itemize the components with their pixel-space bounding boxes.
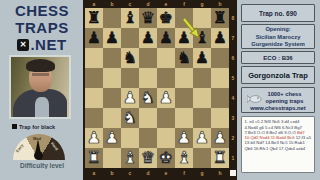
square-g2: ♟ bbox=[193, 128, 211, 148]
square-b7: ♟ bbox=[103, 28, 121, 48]
square-h7: ♟ bbox=[211, 28, 229, 48]
square-f3 bbox=[175, 108, 193, 128]
coord-label-a: a bbox=[85, 0, 103, 8]
square-f6: ♞ bbox=[175, 48, 193, 68]
moves-opening: 1. e4 c5 2.Nf3 Nc6 3.d4 cxd4 4.Nxd4 g6 5… bbox=[245, 119, 302, 135]
square-g5 bbox=[193, 68, 211, 88]
square-b8 bbox=[103, 8, 121, 28]
square-g3 bbox=[193, 108, 211, 128]
eco-text: ECO : B36 bbox=[242, 52, 314, 63]
square-b4 bbox=[103, 88, 121, 108]
white-rook: ♜ bbox=[87, 148, 101, 168]
trap-side-indicator: Trap for black bbox=[12, 121, 78, 132]
square-h5 bbox=[211, 68, 229, 88]
coord-label-3: 3 bbox=[229, 108, 237, 128]
coord-label-h: h bbox=[211, 168, 229, 180]
black-knight: ♞ bbox=[177, 48, 191, 68]
black-queen: ♛ bbox=[141, 8, 155, 28]
square-e3 bbox=[157, 108, 175, 128]
square-a3 bbox=[85, 108, 103, 128]
coord-label-4: 4 bbox=[229, 88, 237, 108]
square-c2 bbox=[121, 128, 139, 148]
white-rook: ♜ bbox=[213, 148, 227, 168]
black-king: ♚ bbox=[159, 8, 173, 28]
coord-label-8: 8 bbox=[229, 8, 237, 28]
coord-label-2: 2 bbox=[229, 128, 237, 148]
trap-side-label: Trap for black bbox=[19, 124, 55, 130]
square-c4: ♟ bbox=[121, 88, 139, 108]
square-e4: ♟ bbox=[157, 88, 175, 108]
coord-label-d: d bbox=[139, 0, 157, 8]
square-f5 bbox=[175, 68, 193, 88]
file-labels-bottom: abcdefgh bbox=[85, 168, 229, 180]
trap-number-box: Trap no. 690 bbox=[241, 4, 315, 22]
white-pawn: ♟ bbox=[213, 128, 227, 148]
white-pawn: ♟ bbox=[195, 128, 209, 148]
opening-line-2: Gurgenidze System bbox=[242, 40, 314, 48]
black-bishop: ♝ bbox=[123, 8, 137, 28]
black-knight: ♞ bbox=[123, 48, 137, 68]
white-knight: ♞ bbox=[123, 108, 137, 128]
coord-label-b: b bbox=[103, 168, 121, 180]
promo-box: 1000+ chess opening traps www.chesstraps… bbox=[241, 87, 315, 113]
square-e6 bbox=[157, 48, 175, 68]
square-d4: ♞ bbox=[139, 88, 157, 108]
square-g1 bbox=[193, 148, 211, 168]
white-bishop: ♝ bbox=[177, 148, 191, 168]
trap-name-text: Gorgonzola Trap bbox=[242, 67, 314, 83]
square-e8: ♚ bbox=[157, 8, 175, 28]
promo-line-1: 1000+ chess bbox=[242, 90, 314, 97]
eco-box: ECO : B36 bbox=[241, 51, 315, 64]
coord-label-f: f bbox=[175, 168, 193, 180]
square-b5 bbox=[103, 68, 121, 88]
difficulty-caption: Difficulty level bbox=[4, 160, 80, 172]
black-bishop: ♝ bbox=[195, 28, 209, 48]
white-pawn: ♟ bbox=[177, 128, 191, 148]
promo-line-2: opening traps bbox=[242, 97, 314, 104]
square-e1: ♚ bbox=[157, 148, 175, 168]
square-d7: ♟ bbox=[139, 28, 157, 48]
square-h8: ♜ bbox=[211, 8, 229, 28]
video-frame: CHESS TRAPS ✕ .NET Trap for black Easy M… bbox=[0, 0, 320, 180]
square-e5 bbox=[157, 68, 175, 88]
white-pawn: ♟ bbox=[159, 88, 173, 108]
square-b2: ♟ bbox=[103, 128, 121, 148]
logo-net-suffix: .NET bbox=[30, 36, 66, 53]
chess-board: abcdefgh ♜♝♛♚♜♟♟♟♟♟♝♟♞♞♟♟♞♟♞♟♟♟♟♟♜♝♛♚♝♜ … bbox=[83, 0, 237, 180]
photo-shirt bbox=[35, 97, 49, 117]
coord-label-c: c bbox=[121, 0, 139, 8]
square-g8 bbox=[193, 8, 211, 28]
square-a7: ♟ bbox=[85, 28, 103, 48]
square-f1: ♝ bbox=[175, 148, 193, 168]
square-h3 bbox=[211, 108, 229, 128]
coord-label-5: 5 bbox=[229, 68, 237, 88]
square-e7: ♟ bbox=[157, 28, 175, 48]
black-pawn: ♟ bbox=[141, 28, 155, 48]
black-rook: ♜ bbox=[87, 8, 101, 28]
white-king: ♚ bbox=[159, 148, 173, 168]
coord-label-6: 6 bbox=[229, 48, 237, 68]
black-pawn: ♟ bbox=[87, 28, 101, 48]
black-pawn: ♟ bbox=[195, 48, 209, 68]
logo-line-2: TRAPS bbox=[4, 19, 80, 36]
square-c5 bbox=[121, 68, 139, 88]
rank-labels-right: 87654321 bbox=[229, 8, 237, 168]
gauge-needle-base bbox=[34, 151, 43, 160]
presenter-photo bbox=[9, 55, 71, 119]
square-c1: ♝ bbox=[121, 148, 139, 168]
square-d5 bbox=[139, 68, 157, 88]
promo-url: www.chesstraps.net bbox=[242, 104, 314, 111]
square-a6 bbox=[85, 48, 103, 68]
black-side-square-icon bbox=[12, 124, 17, 129]
white-queen: ♛ bbox=[141, 148, 155, 168]
coord-label-e: e bbox=[157, 168, 175, 180]
photo-hair bbox=[26, 59, 55, 72]
corner-marker bbox=[230, 170, 236, 176]
square-c6: ♞ bbox=[121, 48, 139, 68]
square-h4 bbox=[211, 88, 229, 108]
coord-label-d: d bbox=[139, 168, 157, 180]
square-a1: ♜ bbox=[85, 148, 103, 168]
square-d8: ♛ bbox=[139, 8, 157, 28]
square-g6: ♟ bbox=[193, 48, 211, 68]
square-e2 bbox=[157, 128, 175, 148]
square-d1: ♛ bbox=[139, 148, 157, 168]
trap-name-box: Gorgonzola Trap bbox=[241, 66, 315, 84]
black-pawn: ♟ bbox=[213, 28, 227, 48]
square-c8: ♝ bbox=[121, 8, 139, 28]
white-pawn: ♟ bbox=[87, 128, 101, 148]
square-d3 bbox=[139, 108, 157, 128]
square-h6 bbox=[211, 48, 229, 68]
logo-x-icon: ✕ bbox=[17, 39, 29, 51]
coord-label-7: 7 bbox=[229, 28, 237, 48]
square-b1 bbox=[103, 148, 121, 168]
square-f4 bbox=[175, 88, 193, 108]
coord-label-1: 1 bbox=[229, 148, 237, 168]
board-squares: ♜♝♛♚♜♟♟♟♟♟♝♟♞♞♟♟♞♟♞♟♟♟♟♟♜♝♛♚♝♜ bbox=[85, 8, 229, 168]
square-b6 bbox=[103, 48, 121, 68]
coord-label-b: b bbox=[103, 0, 121, 8]
trap-number-text: Trap no. 690 bbox=[242, 5, 314, 21]
square-c7 bbox=[121, 28, 139, 48]
square-a8: ♜ bbox=[85, 8, 103, 28]
move-list: 1. e4 c5 2.Nf3 Nc6 3.d4 cxd4 4.Nxd4 g6 5… bbox=[242, 117, 314, 172]
chesstraps-logo: CHESS TRAPS ✕ .NET bbox=[4, 2, 80, 53]
coord-label-g: g bbox=[193, 0, 211, 8]
square-d6 bbox=[139, 48, 157, 68]
coord-label-g: g bbox=[193, 168, 211, 180]
square-h2: ♟ bbox=[211, 128, 229, 148]
white-pawn: ♟ bbox=[123, 88, 137, 108]
white-pawn: ♟ bbox=[105, 128, 119, 148]
coord-label-a: a bbox=[85, 168, 103, 180]
black-rook: ♜ bbox=[213, 8, 227, 28]
black-pawn: ♟ bbox=[177, 28, 191, 48]
square-c3: ♞ bbox=[121, 108, 139, 128]
logo-line-1: CHESS bbox=[4, 2, 80, 19]
coord-label-f: f bbox=[175, 0, 193, 8]
logo-line-3: ✕ .NET bbox=[4, 36, 80, 53]
coord-label-c: c bbox=[121, 168, 139, 180]
square-g4 bbox=[193, 88, 211, 108]
square-g7: ♝ bbox=[193, 28, 211, 48]
square-b3 bbox=[103, 108, 121, 128]
opening-box: Opening: Sicilian Maroczy Gurgenidze Sys… bbox=[241, 24, 315, 49]
photo-glasses bbox=[32, 73, 49, 76]
square-a5 bbox=[85, 68, 103, 88]
coord-label-h: h bbox=[211, 0, 229, 8]
white-knight: ♞ bbox=[141, 88, 155, 108]
opening-label: Opening: bbox=[242, 25, 314, 33]
square-a2: ♟ bbox=[85, 128, 103, 148]
file-labels-top: abcdefgh bbox=[85, 0, 229, 8]
square-a4 bbox=[85, 88, 103, 108]
square-f7: ♟ bbox=[175, 28, 193, 48]
square-f2: ♟ bbox=[175, 128, 193, 148]
opening-line-1: Sicilian Maroczy bbox=[242, 33, 314, 41]
square-f8 bbox=[175, 8, 193, 28]
black-pawn: ♟ bbox=[105, 28, 119, 48]
coord-label-e: e bbox=[157, 0, 175, 8]
black-pawn: ♟ bbox=[159, 28, 173, 48]
move-list-box: 1. e4 c5 2.Nf3 Nc6 3.d4 cxd4 4.Nxd4 g6 5… bbox=[241, 116, 315, 173]
white-bishop: ♝ bbox=[123, 148, 137, 168]
square-d2 bbox=[139, 128, 157, 148]
square-h1: ♜ bbox=[211, 148, 229, 168]
